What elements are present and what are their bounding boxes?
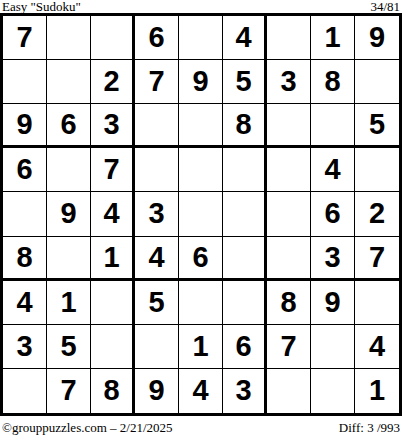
sudoku-cell-given: 1	[311, 16, 355, 60]
sudoku-cell-empty	[355, 148, 399, 192]
header: Easy "Sudoku" 34/81	[0, 0, 402, 13]
sudoku-cell-given: 5	[47, 325, 91, 369]
sudoku-cell-given: 1	[179, 325, 223, 369]
sudoku-cell-empty	[135, 104, 179, 148]
sudoku-cell-empty	[179, 16, 223, 60]
sudoku-puzzle-page: Easy "Sudoku" 34/81 76419279538963856749…	[0, 0, 402, 437]
sudoku-cell-empty	[267, 369, 311, 413]
sudoku-cell-empty	[355, 60, 399, 104]
sudoku-cell-given: 6	[47, 104, 91, 148]
sudoku-cell-given: 3	[223, 369, 267, 413]
sudoku-cell-empty	[135, 325, 179, 369]
sudoku-cell-given: 1	[355, 369, 399, 413]
sudoku-cell-given: 7	[267, 325, 311, 369]
sudoku-cell-given: 3	[267, 60, 311, 104]
sudoku-cell-given: 1	[91, 237, 135, 281]
sudoku-cell-empty	[267, 237, 311, 281]
sudoku-cell-empty	[311, 325, 355, 369]
sudoku-cell-empty	[91, 281, 135, 325]
sudoku-cell-given: 7	[135, 60, 179, 104]
sudoku-cell-empty	[47, 237, 91, 281]
sudoku-cell-given: 7	[91, 148, 135, 192]
sudoku-cell-given: 9	[47, 192, 91, 236]
sudoku-cell-given: 5	[355, 104, 399, 148]
sudoku-cell-given: 3	[3, 325, 47, 369]
sudoku-cell-given: 4	[179, 369, 223, 413]
sudoku-cell-empty	[311, 369, 355, 413]
sudoku-cell-given: 9	[3, 104, 47, 148]
sudoku-cell-given: 6	[3, 148, 47, 192]
sudoku-cell-given: 2	[91, 60, 135, 104]
sudoku-cell-empty	[223, 148, 267, 192]
sudoku-cell-given: 9	[135, 369, 179, 413]
sudoku-cell-empty	[267, 192, 311, 236]
sudoku-cell-empty	[3, 60, 47, 104]
sudoku-cell-empty	[91, 16, 135, 60]
sudoku-cell-empty	[355, 281, 399, 325]
sudoku-cell-empty	[3, 192, 47, 236]
sudoku-cell-given: 9	[311, 281, 355, 325]
sudoku-cell-given: 7	[3, 16, 47, 60]
sudoku-cell-given: 3	[135, 192, 179, 236]
sudoku-cell-given: 4	[3, 281, 47, 325]
sudoku-cell-given: 4	[91, 192, 135, 236]
sudoku-cell-given: 4	[135, 237, 179, 281]
sudoku-cell-given: 3	[91, 104, 135, 148]
sudoku-cell-given: 8	[223, 104, 267, 148]
sudoku-cell-empty	[47, 16, 91, 60]
sudoku-cell-given: 6	[223, 325, 267, 369]
sudoku-cell-empty	[179, 192, 223, 236]
sudoku-cell-given: 6	[311, 192, 355, 236]
sudoku-cell-empty	[47, 148, 91, 192]
sudoku-cell-given: 9	[179, 60, 223, 104]
footer: ©grouppuzzles.com – 2/21/2025 Diff: 3 /9…	[0, 416, 402, 437]
sudoku-cell-empty	[267, 104, 311, 148]
sudoku-cell-empty	[3, 369, 47, 413]
sudoku-cell-empty	[47, 60, 91, 104]
sudoku-cell-empty	[135, 148, 179, 192]
sudoku-cell-given: 2	[355, 192, 399, 236]
sudoku-cell-given: 9	[355, 16, 399, 60]
sudoku-cell-given: 6	[135, 16, 179, 60]
sudoku-cell-given: 4	[311, 148, 355, 192]
sudoku-cell-empty	[91, 325, 135, 369]
sudoku-cell-empty	[179, 104, 223, 148]
difficulty-rating: Diff: 3 /993	[339, 421, 400, 434]
sudoku-cell-given: 7	[47, 369, 91, 413]
sudoku-cell-given: 8	[3, 237, 47, 281]
sudoku-grid: 7641927953896385674943628146374158935167…	[0, 13, 402, 416]
copyright-text: ©grouppuzzles.com – 2/21/2025	[2, 421, 173, 434]
sudoku-cell-empty	[267, 16, 311, 60]
sudoku-cell-given: 6	[179, 237, 223, 281]
sudoku-cell-empty	[267, 148, 311, 192]
sudoku-cell-given: 3	[311, 237, 355, 281]
sudoku-cell-empty	[223, 192, 267, 236]
sudoku-cell-empty	[179, 281, 223, 325]
sudoku-cell-given: 4	[355, 325, 399, 369]
sudoku-cell-empty	[311, 104, 355, 148]
sudoku-cell-empty	[223, 281, 267, 325]
cells-remaining-counter: 34/81	[370, 0, 400, 13]
sudoku-cell-given: 8	[267, 281, 311, 325]
puzzle-title: Easy "Sudoku"	[2, 0, 81, 13]
sudoku-cell-given: 1	[47, 281, 91, 325]
sudoku-cell-given: 4	[223, 16, 267, 60]
sudoku-cell-given: 8	[91, 369, 135, 413]
sudoku-cell-given: 8	[311, 60, 355, 104]
sudoku-cell-empty	[223, 237, 267, 281]
sudoku-cell-given: 5	[135, 281, 179, 325]
sudoku-cell-given: 5	[223, 60, 267, 104]
sudoku-cell-empty	[179, 148, 223, 192]
sudoku-cell-given: 7	[355, 237, 399, 281]
